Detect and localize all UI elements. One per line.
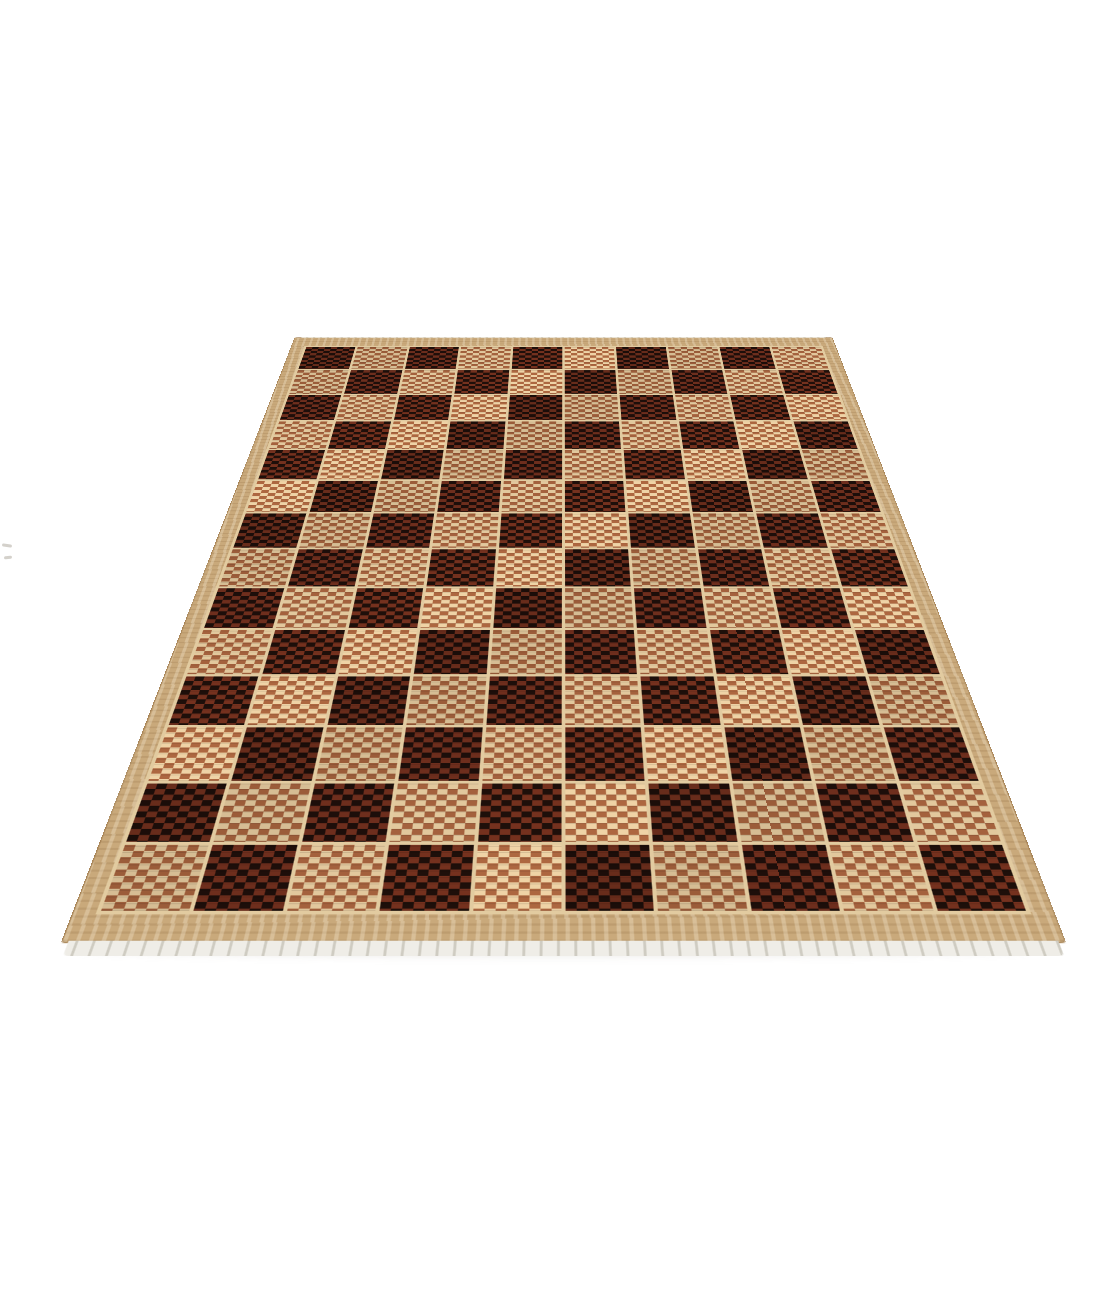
board-square	[427, 549, 496, 586]
board-square	[638, 630, 713, 674]
board-square	[380, 845, 474, 911]
board-square	[204, 588, 285, 628]
board-square	[620, 395, 676, 420]
board-square	[675, 395, 733, 420]
board-square	[432, 514, 498, 548]
board-square	[724, 727, 811, 780]
board-square	[730, 395, 790, 420]
board-square	[399, 370, 455, 394]
board-square	[725, 370, 783, 394]
board-square	[683, 450, 746, 479]
board-square	[802, 450, 869, 479]
board-square	[816, 783, 913, 842]
board-square	[693, 514, 761, 548]
board-square	[388, 422, 448, 449]
board-square	[771, 347, 828, 369]
board-square	[248, 677, 334, 725]
board-square	[749, 481, 817, 512]
board-square	[458, 347, 511, 369]
board-square	[634, 588, 706, 628]
board-square	[289, 370, 349, 394]
board-square	[288, 549, 362, 586]
board-square	[194, 845, 297, 911]
board-square	[149, 727, 244, 780]
board-square	[508, 395, 562, 420]
board-square	[493, 588, 562, 628]
board-square	[344, 370, 402, 394]
stray-fringe-thread	[4, 556, 12, 560]
board-square	[486, 677, 562, 725]
board-square	[868, 677, 958, 725]
board-square	[883, 727, 978, 780]
board-square	[246, 481, 316, 512]
board-square	[348, 588, 423, 628]
board-square	[622, 422, 680, 449]
board-square	[710, 630, 789, 674]
rug	[61, 337, 1067, 943]
board-square	[855, 630, 940, 674]
board-square	[511, 347, 562, 369]
board-square	[214, 783, 311, 842]
board-square	[565, 588, 634, 628]
board-square	[785, 395, 847, 420]
board-square	[742, 450, 807, 479]
board-square	[374, 481, 439, 512]
board-square	[455, 370, 509, 394]
board-square	[482, 727, 562, 780]
board-square	[381, 450, 444, 479]
board-square	[399, 727, 483, 780]
product-photo-canvas	[0, 0, 1100, 1300]
board-square	[496, 549, 562, 586]
board-square	[618, 370, 672, 394]
board-square	[565, 481, 626, 512]
board-square	[366, 514, 434, 548]
board-square	[232, 727, 323, 780]
board-square	[405, 347, 459, 369]
board-square	[782, 630, 864, 674]
board-square	[504, 450, 563, 479]
checkerboard	[96, 346, 1032, 914]
board-square	[631, 549, 700, 586]
board-square	[506, 422, 562, 449]
board-square	[501, 481, 562, 512]
board-square	[358, 549, 429, 586]
board-square	[337, 395, 397, 420]
board-square	[804, 727, 895, 780]
board-square	[918, 845, 1026, 911]
board-square	[169, 677, 259, 725]
board-square	[447, 422, 505, 449]
board-square	[624, 450, 685, 479]
board-square	[842, 588, 923, 628]
board-square	[451, 395, 507, 420]
board-square	[720, 347, 776, 369]
board-square	[280, 395, 342, 420]
board-square	[327, 677, 410, 725]
board-square	[565, 549, 631, 586]
board-square	[565, 422, 621, 449]
board-square	[442, 450, 503, 479]
board-square	[320, 450, 385, 479]
stray-fringe-thread	[2, 543, 12, 547]
board-square	[565, 395, 619, 420]
board-square	[565, 727, 645, 780]
board-square	[565, 347, 616, 369]
board-square	[773, 588, 851, 628]
board-square	[338, 630, 417, 674]
board-square	[811, 481, 881, 512]
board-square	[629, 514, 695, 548]
board-square	[276, 588, 354, 628]
board-square	[565, 677, 641, 725]
board-square	[764, 549, 838, 586]
board-square	[352, 347, 408, 369]
board-square	[565, 845, 654, 911]
board-square	[649, 783, 737, 842]
board-square	[742, 845, 840, 911]
board-square	[101, 845, 209, 911]
board-square	[565, 450, 624, 479]
board-square	[298, 347, 355, 369]
board-square	[671, 370, 727, 394]
board-square	[688, 481, 753, 512]
board-square	[565, 370, 618, 394]
board-square	[263, 630, 345, 674]
board-square	[187, 630, 272, 674]
board-square	[820, 514, 893, 548]
board-square	[490, 630, 562, 674]
board-square	[287, 845, 385, 911]
board-square	[219, 549, 296, 586]
board-square	[394, 395, 452, 420]
board-square	[390, 783, 478, 842]
board-square	[717, 677, 800, 725]
board-square	[831, 549, 908, 586]
board-square	[900, 783, 1001, 842]
board-square	[654, 845, 748, 911]
board-square	[310, 481, 378, 512]
board-square	[300, 514, 371, 548]
board-square	[302, 783, 395, 842]
board-square	[421, 588, 493, 628]
board-square	[565, 514, 628, 548]
board-square	[407, 677, 486, 725]
board-square	[258, 450, 325, 479]
board-square	[414, 630, 489, 674]
board-square	[736, 422, 798, 449]
board-square	[233, 514, 306, 548]
board-square	[733, 783, 826, 842]
board-square	[679, 422, 739, 449]
board-square	[437, 481, 500, 512]
board-square	[626, 481, 689, 512]
board-square	[499, 514, 562, 548]
board-square	[315, 727, 402, 780]
board-square	[473, 845, 562, 911]
board-square	[616, 347, 669, 369]
board-square	[565, 783, 649, 842]
board-square	[756, 514, 827, 548]
selvage-top-edge	[301, 337, 826, 338]
board-square	[478, 783, 562, 842]
board-square	[793, 677, 879, 725]
board-square	[704, 588, 779, 628]
board-square	[269, 422, 333, 449]
board-square	[793, 422, 857, 449]
board-square	[641, 677, 720, 725]
board-square	[126, 783, 227, 842]
board-square	[778, 370, 838, 394]
board-square	[565, 630, 637, 674]
board-square	[328, 422, 390, 449]
board-square	[698, 549, 769, 586]
board-square	[645, 727, 729, 780]
fringe-bottom	[63, 941, 1064, 956]
board-square	[830, 845, 933, 911]
board-square	[668, 347, 722, 369]
board-square	[510, 370, 563, 394]
